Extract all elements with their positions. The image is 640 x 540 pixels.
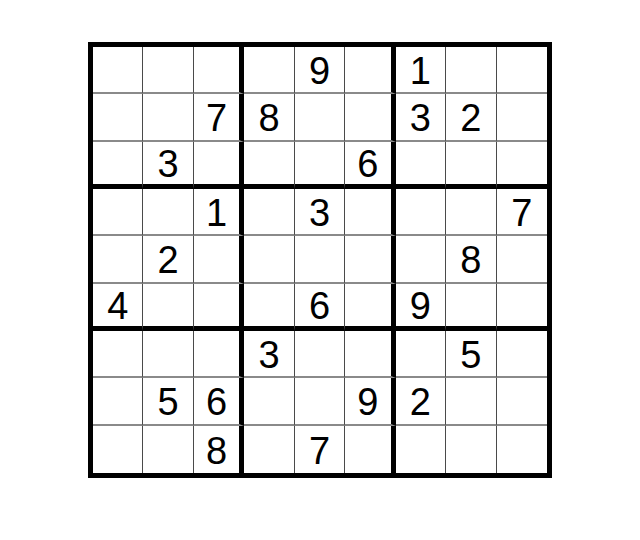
cell-r9c1	[93, 426, 143, 473]
cell-r8c5	[295, 378, 345, 425]
cell-r4c9: 7	[497, 189, 547, 236]
cell-r1c8	[446, 47, 496, 94]
cell-r5c9	[497, 236, 547, 283]
cell-r6c1: 4	[93, 284, 143, 331]
cell-r8c1	[93, 378, 143, 425]
cell-r2c1	[93, 94, 143, 141]
cell-r6c8	[446, 284, 496, 331]
cell-r4c2	[143, 189, 193, 236]
cell-r7c1	[93, 331, 143, 378]
cell-r8c2: 5	[143, 378, 193, 425]
cell-r2c5	[295, 94, 345, 141]
cell-r3c9	[497, 142, 547, 189]
cell-r8c3: 6	[194, 378, 244, 425]
cell-r1c1	[93, 47, 143, 94]
cell-r1c9	[497, 47, 547, 94]
cell-r4c6	[345, 189, 395, 236]
cell-r3c2: 3	[143, 142, 193, 189]
cell-r9c8	[446, 426, 496, 473]
cell-r7c8: 5	[446, 331, 496, 378]
cell-r3c5	[295, 142, 345, 189]
cell-r5c8: 8	[446, 236, 496, 283]
cell-r5c4	[244, 236, 294, 283]
cell-r7c2	[143, 331, 193, 378]
cell-r8c8	[446, 378, 496, 425]
cell-r3c8	[446, 142, 496, 189]
cell-r4c7	[396, 189, 446, 236]
cell-r6c4	[244, 284, 294, 331]
cell-r7c3	[194, 331, 244, 378]
cell-r4c4	[244, 189, 294, 236]
cell-r8c4	[244, 378, 294, 425]
page: 917832361372846935569287	[0, 0, 640, 540]
cell-r5c3	[194, 236, 244, 283]
cell-r1c6	[345, 47, 395, 94]
cell-r5c7	[396, 236, 446, 283]
cell-r2c4: 8	[244, 94, 294, 141]
cell-r6c5: 6	[295, 284, 345, 331]
cell-r4c5: 3	[295, 189, 345, 236]
cell-r6c6	[345, 284, 395, 331]
cell-r5c5	[295, 236, 345, 283]
cell-r8c6: 9	[345, 378, 395, 425]
cell-r1c5: 9	[295, 47, 345, 94]
cell-r9c4	[244, 426, 294, 473]
cell-r1c7: 1	[396, 47, 446, 94]
cell-r5c1	[93, 236, 143, 283]
cell-r7c9	[497, 331, 547, 378]
cell-r6c7: 9	[396, 284, 446, 331]
cell-r3c7	[396, 142, 446, 189]
cell-r1c2	[143, 47, 193, 94]
cell-r7c5	[295, 331, 345, 378]
cell-r2c9	[497, 94, 547, 141]
cell-r6c3	[194, 284, 244, 331]
cell-r9c2	[143, 426, 193, 473]
cell-r9c5: 7	[295, 426, 345, 473]
cell-r1c3	[194, 47, 244, 94]
cell-r5c2: 2	[143, 236, 193, 283]
cell-r9c3: 8	[194, 426, 244, 473]
cell-r2c7: 3	[396, 94, 446, 141]
cell-r4c8	[446, 189, 496, 236]
cell-r7c6	[345, 331, 395, 378]
cell-r9c7	[396, 426, 446, 473]
cell-r4c1	[93, 189, 143, 236]
cell-r6c2	[143, 284, 193, 331]
cell-r3c3	[194, 142, 244, 189]
cell-r5c6	[345, 236, 395, 283]
cell-r9c6	[345, 426, 395, 473]
cell-r3c4	[244, 142, 294, 189]
sudoku-board: 917832361372846935569287	[88, 42, 552, 478]
cell-r2c6	[345, 94, 395, 141]
cell-r7c7	[396, 331, 446, 378]
cell-r2c3: 7	[194, 94, 244, 141]
cell-r1c4	[244, 47, 294, 94]
cell-r6c9	[497, 284, 547, 331]
cell-r2c8: 2	[446, 94, 496, 141]
cell-r7c4: 3	[244, 331, 294, 378]
cell-r8c7: 2	[396, 378, 446, 425]
cell-r3c1	[93, 142, 143, 189]
cell-r2c2	[143, 94, 193, 141]
cell-r8c9	[497, 378, 547, 425]
cell-r3c6: 6	[345, 142, 395, 189]
cell-r4c3: 1	[194, 189, 244, 236]
cell-r9c9	[497, 426, 547, 473]
